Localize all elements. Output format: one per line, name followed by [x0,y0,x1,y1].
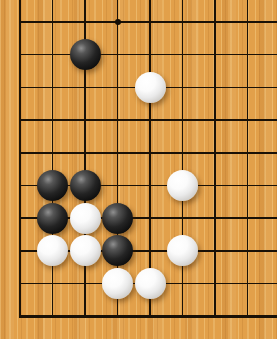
stone-white [70,203,101,234]
grid-line-vertical [247,0,249,318]
stone-black [37,170,68,201]
go-board[interactable] [0,0,277,339]
stone-white [70,235,101,266]
grid-line-vertical [52,0,54,318]
stone-white [135,268,166,299]
stone-black [102,235,133,266]
stone-white [167,235,198,266]
stone-white [102,268,133,299]
grid-line-horizontal [19,315,277,318]
grid-line-horizontal [19,21,277,23]
star-point [115,19,121,25]
stone-black [70,39,101,70]
stone-white [167,170,198,201]
grid-line-horizontal [19,152,277,154]
grid-line-horizontal [19,119,277,121]
stone-white [135,72,166,103]
grid-line-vertical [182,0,184,318]
grid-line-vertical [214,0,216,318]
screenshot-stage [0,0,277,339]
grid-line-horizontal [19,54,277,56]
stone-black [70,170,101,201]
grid-line-vertical [19,0,21,318]
stone-black [102,203,133,234]
stone-white [37,235,68,266]
stone-black [37,203,68,234]
